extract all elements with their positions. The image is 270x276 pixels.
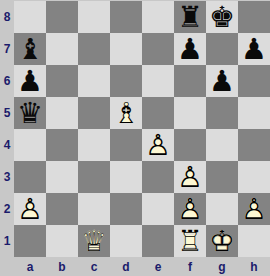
white-pawn-icon: ♟♙ — [174, 161, 206, 193]
rank-label-7: 7 — [0, 33, 14, 65]
square-a2[interactable]: ♟♙ — [14, 193, 46, 225]
square-a1[interactable] — [14, 225, 46, 257]
square-g4[interactable] — [206, 129, 238, 161]
rank-label-3: 3 — [0, 161, 14, 193]
square-g8[interactable]: ♚ — [206, 1, 238, 33]
file-label-c: c — [78, 258, 110, 275]
square-e7[interactable] — [142, 33, 174, 65]
black-rook-icon: ♜ — [174, 1, 206, 33]
white-rook-icon: ♜♖ — [174, 225, 206, 257]
white-bishop-icon: ♝♗ — [110, 97, 142, 129]
file-label-e: e — [142, 258, 174, 275]
square-g7[interactable] — [206, 33, 238, 65]
square-b2[interactable] — [46, 193, 78, 225]
square-b8[interactable] — [46, 1, 78, 33]
piece-outline-layer: ♗ — [110, 97, 142, 129]
black-pawn-icon: ♟ — [206, 65, 238, 97]
chess-diagram: 87654321 ♜♚♝♟♟♟♟♛♝♗♟♙♟♙♟♙♟♙♟♙♛♕♜♖♚♔ abcd… — [0, 0, 270, 276]
white-pawn-icon: ♟♙ — [174, 193, 206, 225]
piece-outline-layer: ♙ — [238, 193, 270, 225]
piece-outline-layer: ♔ — [206, 225, 238, 257]
square-c2[interactable] — [78, 193, 110, 225]
square-f2[interactable]: ♟♙ — [174, 193, 206, 225]
rank-label-2: 2 — [0, 193, 14, 225]
square-d2[interactable] — [110, 193, 142, 225]
rank-label-8: 8 — [0, 1, 14, 33]
black-queen-icon: ♛ — [14, 97, 46, 129]
square-d3[interactable] — [110, 161, 142, 193]
square-e6[interactable] — [142, 65, 174, 97]
piece-outline-layer: ♙ — [142, 129, 174, 161]
square-d8[interactable] — [110, 1, 142, 33]
square-h8[interactable] — [238, 1, 270, 33]
square-c1[interactable]: ♛♕ — [78, 225, 110, 257]
square-a4[interactable] — [14, 129, 46, 161]
square-f7[interactable]: ♟ — [174, 33, 206, 65]
square-a3[interactable] — [14, 161, 46, 193]
square-c6[interactable] — [78, 65, 110, 97]
square-e1[interactable] — [142, 225, 174, 257]
square-e5[interactable] — [142, 97, 174, 129]
square-g3[interactable] — [206, 161, 238, 193]
piece-outline-layer: ♖ — [174, 225, 206, 257]
square-g1[interactable]: ♚♔ — [206, 225, 238, 257]
rank-labels: 87654321 — [0, 1, 14, 257]
white-pawn-icon: ♟♙ — [14, 193, 46, 225]
square-e8[interactable] — [142, 1, 174, 33]
square-h2[interactable]: ♟♙ — [238, 193, 270, 225]
square-c8[interactable] — [78, 1, 110, 33]
square-h1[interactable] — [238, 225, 270, 257]
rank-label-5: 5 — [0, 97, 14, 129]
square-a8[interactable] — [14, 1, 46, 33]
black-pawn-icon: ♟ — [174, 33, 206, 65]
square-g6[interactable]: ♟ — [206, 65, 238, 97]
square-b7[interactable] — [46, 33, 78, 65]
square-b3[interactable] — [46, 161, 78, 193]
square-a6[interactable]: ♟ — [14, 65, 46, 97]
square-e3[interactable] — [142, 161, 174, 193]
file-label-g: g — [206, 258, 238, 275]
square-d7[interactable] — [110, 33, 142, 65]
square-f8[interactable]: ♜ — [174, 1, 206, 33]
board: ♜♚♝♟♟♟♟♛♝♗♟♙♟♙♟♙♟♙♟♙♛♕♜♖♚♔ — [14, 1, 270, 257]
piece-outline-layer: ♙ — [174, 193, 206, 225]
square-h4[interactable] — [238, 129, 270, 161]
square-f4[interactable] — [174, 129, 206, 161]
square-g2[interactable] — [206, 193, 238, 225]
square-b1[interactable] — [46, 225, 78, 257]
square-h7[interactable]: ♟ — [238, 33, 270, 65]
square-c7[interactable] — [78, 33, 110, 65]
white-queen-icon: ♛♕ — [78, 225, 110, 257]
white-king-icon: ♚♔ — [206, 225, 238, 257]
square-f6[interactable] — [174, 65, 206, 97]
square-f1[interactable]: ♜♖ — [174, 225, 206, 257]
square-h5[interactable] — [238, 97, 270, 129]
square-g5[interactable] — [206, 97, 238, 129]
piece-outline-layer: ♙ — [14, 193, 46, 225]
rank-label-4: 4 — [0, 129, 14, 161]
square-h6[interactable] — [238, 65, 270, 97]
file-label-a: a — [14, 258, 46, 275]
black-pawn-icon: ♟ — [238, 33, 270, 65]
square-f3[interactable]: ♟♙ — [174, 161, 206, 193]
white-pawn-icon: ♟♙ — [142, 129, 174, 161]
square-b5[interactable] — [46, 97, 78, 129]
square-d5[interactable]: ♝♗ — [110, 97, 142, 129]
square-h3[interactable] — [238, 161, 270, 193]
square-d6[interactable] — [110, 65, 142, 97]
black-bishop-icon: ♝ — [14, 33, 46, 65]
file-label-h: h — [238, 258, 270, 275]
piece-outline-layer: ♙ — [174, 161, 206, 193]
square-e2[interactable] — [142, 193, 174, 225]
square-a7[interactable]: ♝ — [14, 33, 46, 65]
black-king-icon: ♚ — [206, 1, 238, 33]
black-pawn-icon: ♟ — [14, 65, 46, 97]
file-label-d: d — [110, 258, 142, 275]
rank-label-6: 6 — [0, 65, 14, 97]
square-c4[interactable] — [78, 129, 110, 161]
square-b6[interactable] — [46, 65, 78, 97]
file-label-f: f — [174, 258, 206, 275]
piece-outline-layer: ♕ — [78, 225, 110, 257]
white-pawn-icon: ♟♙ — [238, 193, 270, 225]
square-c5[interactable] — [78, 97, 110, 129]
square-a5[interactable]: ♛ — [14, 97, 46, 129]
square-c3[interactable] — [78, 161, 110, 193]
file-label-b: b — [46, 258, 78, 275]
square-d1[interactable] — [110, 225, 142, 257]
rank-label-1: 1 — [0, 225, 14, 257]
file-labels: abcdefgh — [14, 258, 270, 275]
square-f5[interactable] — [174, 97, 206, 129]
square-e4[interactable]: ♟♙ — [142, 129, 174, 161]
square-d4[interactable] — [110, 129, 142, 161]
square-b4[interactable] — [46, 129, 78, 161]
